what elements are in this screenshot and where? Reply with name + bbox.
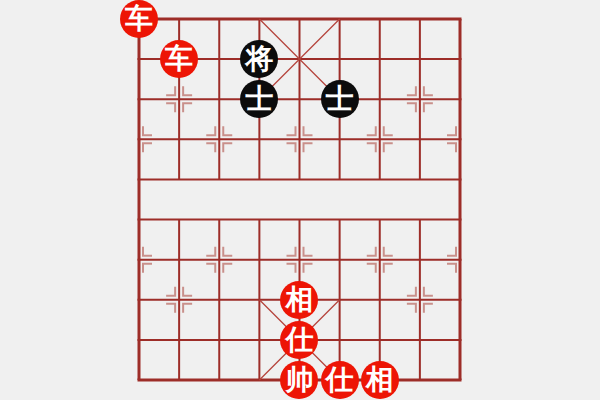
- xiangqi-app: 车车将士士相仕帅仕相: [0, 0, 600, 400]
- piece-red-advisor[interactable]: 仕: [321, 361, 359, 399]
- board-point-4-8: 仕: [279, 320, 319, 360]
- piece-red-elephant[interactable]: 相: [361, 361, 399, 399]
- piece-black-general[interactable]: 将: [240, 40, 278, 78]
- board-point-1-1: 车: [159, 39, 199, 79]
- piece-black-advisor[interactable]: 士: [321, 80, 359, 118]
- board-point-5-2: 士: [320, 79, 360, 119]
- piece-red-chariot[interactable]: 车: [160, 40, 198, 78]
- xiangqi-board: 车车将士士相仕帅仕相: [0, 0, 600, 400]
- piece-red-chariot[interactable]: 车: [120, 0, 158, 38]
- piece-red-general[interactable]: 帅: [280, 361, 318, 399]
- board-point-4-9: 帅: [279, 360, 319, 400]
- piece-red-elephant[interactable]: 相: [280, 281, 318, 319]
- piece-red-advisor[interactable]: 仕: [280, 321, 318, 359]
- board-point-3-1: 将: [239, 39, 279, 79]
- board-point-4-7: 相: [279, 280, 319, 320]
- board-point-0-0: 车: [119, 0, 159, 39]
- piece-black-advisor[interactable]: 士: [240, 80, 278, 118]
- pieces-layer: 车车将士士相仕帅仕相: [119, 0, 480, 400]
- board-point-3-2: 士: [239, 79, 279, 119]
- board-point-5-9: 仕: [320, 360, 360, 400]
- board-point-6-9: 相: [360, 360, 400, 400]
